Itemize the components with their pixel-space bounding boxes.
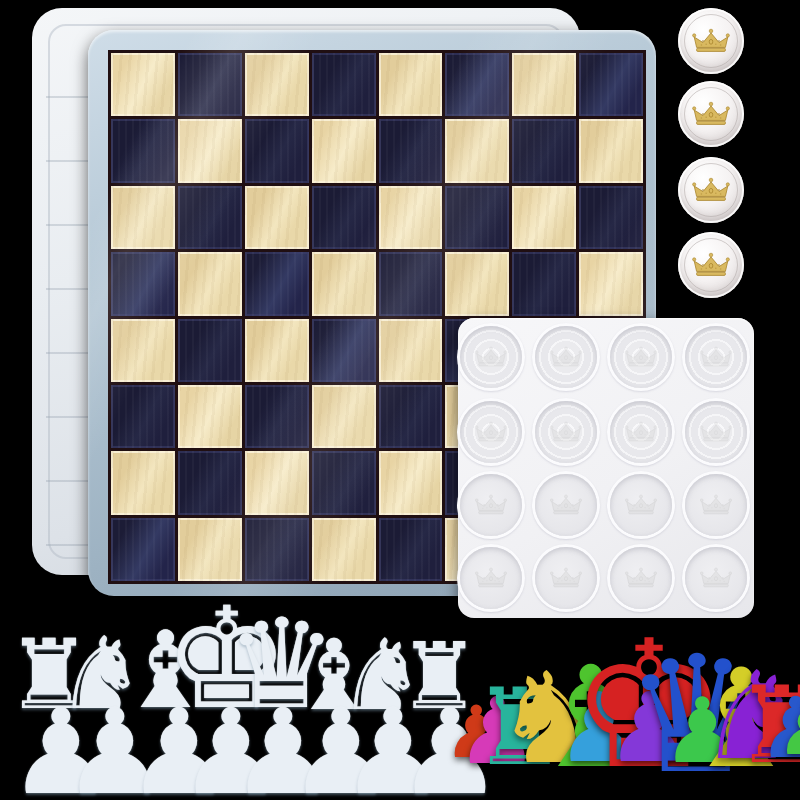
- board-square: [379, 252, 443, 315]
- crown-icon: [699, 344, 733, 370]
- checker-cavity: [610, 401, 672, 463]
- board-square: [312, 319, 376, 382]
- board-square: [111, 119, 175, 182]
- checker-cavity: [535, 326, 597, 388]
- checker-cavity: [535, 474, 597, 536]
- board-square: [245, 252, 309, 315]
- board-square: [178, 186, 242, 249]
- board-square: [312, 119, 376, 182]
- crown-icon: [699, 419, 733, 445]
- board-square: [245, 518, 309, 581]
- board-square: [245, 119, 309, 182]
- checker-disc: [678, 232, 744, 298]
- crown-icon: [691, 99, 731, 129]
- board-square: [445, 186, 509, 249]
- checker-cavity: [685, 326, 747, 388]
- crown-icon: [691, 26, 731, 56]
- board-square: [379, 518, 443, 581]
- checker-cavity: [460, 474, 522, 536]
- crown-icon: [474, 419, 508, 445]
- checker-cavity: [610, 547, 672, 609]
- board-square: [579, 119, 643, 182]
- board-square: [178, 53, 242, 116]
- board-square: [312, 186, 376, 249]
- crown-icon: [549, 565, 583, 591]
- board-square: [312, 385, 376, 448]
- crown-icon: [474, 344, 508, 370]
- checker-cavity: [610, 474, 672, 536]
- crown-icon: [699, 492, 733, 518]
- board-square: [445, 119, 509, 182]
- board-square: [379, 186, 443, 249]
- board-square: [512, 53, 576, 116]
- product-photo-stage: ♜♞♝♚♛♝♞♜♟♟♟♟♟♟♟♟ ♟♟♜♞♝♟♚♟♛♟♝♞♜♟♟: [0, 0, 800, 800]
- board-square: [111, 319, 175, 382]
- crown-icon: [474, 492, 508, 518]
- crown-icon: [691, 250, 731, 280]
- board-square: [245, 385, 309, 448]
- crown-icon: [624, 344, 658, 370]
- checker-cavity: [535, 547, 597, 609]
- checker-cavity: [460, 401, 522, 463]
- board-square: [579, 53, 643, 116]
- checker-disc: [678, 8, 744, 74]
- board-square: [379, 385, 443, 448]
- pawn-glyph: ♟: [776, 700, 800, 758]
- checker-cavity: [460, 547, 522, 609]
- board-square: [178, 252, 242, 315]
- board-square: [111, 518, 175, 581]
- crown-icon: [624, 565, 658, 591]
- checker-cavity: [535, 401, 597, 463]
- checker-disc: [678, 157, 744, 223]
- crown-icon: [699, 565, 733, 591]
- board-square: [178, 451, 242, 514]
- colored-pawn-piece: ♟: [776, 700, 800, 758]
- board-square: [379, 451, 443, 514]
- crown-icon: [549, 492, 583, 518]
- board-square: [111, 252, 175, 315]
- board-square: [111, 53, 175, 116]
- board-square: [111, 451, 175, 514]
- board-square: [312, 451, 376, 514]
- board-square: [245, 53, 309, 116]
- board-square: [445, 252, 509, 315]
- crown-icon: [624, 492, 658, 518]
- board-square: [312, 252, 376, 315]
- crown-icon: [549, 344, 583, 370]
- board-square: [579, 186, 643, 249]
- board-square: [111, 385, 175, 448]
- board-square: [111, 186, 175, 249]
- checker-disc: [678, 81, 744, 147]
- board-square: [245, 186, 309, 249]
- checker-cavity: [685, 547, 747, 609]
- checker-cavity: [685, 401, 747, 463]
- checker-cavity: [610, 326, 672, 388]
- board-square: [379, 119, 443, 182]
- board-square: [245, 451, 309, 514]
- crown-icon: [549, 419, 583, 445]
- board-square: [312, 518, 376, 581]
- crown-icon: [624, 419, 658, 445]
- board-square: [379, 319, 443, 382]
- checker-cavity: [685, 474, 747, 536]
- board-square: [512, 119, 576, 182]
- checkers-silicone-mold: [458, 318, 754, 618]
- board-square: [245, 319, 309, 382]
- board-square: [178, 518, 242, 581]
- crown-icon: [474, 565, 508, 591]
- board-square: [312, 53, 376, 116]
- board-square: [178, 385, 242, 448]
- board-square: [178, 119, 242, 182]
- board-square: [579, 252, 643, 315]
- crown-icon: [691, 175, 731, 205]
- board-square: [512, 186, 576, 249]
- board-square: [379, 53, 443, 116]
- checker-cavity: [460, 326, 522, 388]
- board-square: [178, 319, 242, 382]
- board-square: [445, 53, 509, 116]
- board-square: [512, 252, 576, 315]
